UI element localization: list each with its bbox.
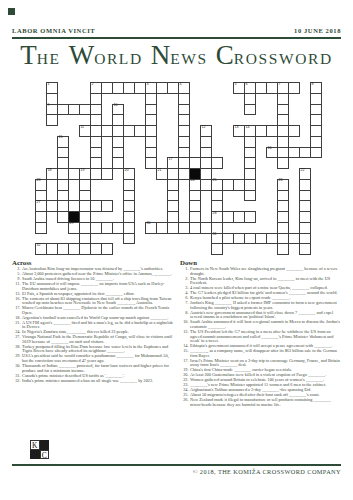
down-heading: Down [180, 261, 342, 266]
page-title: THEWORLDNEWSCROSSWORD [0, 40, 353, 70]
title-word: CROSSWORD [216, 40, 333, 70]
title-word: NEWS [151, 40, 208, 70]
clue-text: ________, as a company name, will disapp… [190, 349, 342, 358]
grid-cell[interactable] [101, 200, 113, 212]
grid-cell[interactable] [299, 243, 311, 255]
corner-mark [8, 8, 15, 15]
grid-cell[interactable] [101, 243, 113, 255]
clue-text: The US President left the G7 meeting in … [190, 330, 342, 344]
grid-cell[interactable] [288, 125, 300, 137]
clue-item: 15.________, as a company name, will dis… [180, 349, 342, 358]
masthead: LABOR OMNIA VINCIT 10 JUNE 2018 [12, 27, 341, 36]
logo-dark-cell [40, 440, 50, 450]
clue-item: 32.India's prime minister announced a ba… [12, 379, 175, 384]
grid-cell[interactable] [244, 211, 256, 223]
clue-number: 15. [180, 349, 190, 358]
copyright: © 2018, THE KOMIŽA CROSSWORD COMPANY [193, 468, 341, 475]
clue-number: 7. [180, 301, 190, 310]
grid-cell[interactable] [46, 114, 58, 126]
clue-item: 1.Farmers in New South Wales are slaught… [180, 267, 342, 276]
grid-cell[interactable] [101, 168, 113, 180]
across-heading: Across [12, 261, 175, 266]
grid-cell[interactable] [310, 147, 322, 159]
motto: LABOR OMNIA VINCIT [12, 27, 95, 34]
clue-number: 26. [180, 398, 190, 407]
grid-cell[interactable] [123, 233, 135, 245]
clue-text: Farmers in New South Wales are slaughter… [190, 267, 342, 276]
title-word: THE [20, 40, 60, 70]
clue-item: 11.The EU announced it will impose _____… [12, 282, 175, 291]
logo-letter-c: C [40, 450, 50, 460]
clue-text: The EU announced it will impose ________… [22, 282, 175, 291]
clue-number: 32. [12, 379, 22, 384]
footer-rule [12, 464, 341, 466]
issue-date: 10 JUNE 2018 [294, 27, 341, 34]
grid-cell[interactable] [288, 82, 300, 94]
clue-item: 12.The US President left the G7 meeting … [180, 330, 342, 344]
clue-item: 26.New Zealand made it illegal to manufa… [180, 398, 342, 407]
across-section: Across 2.An Australian Kim Jong-un imper… [12, 261, 175, 384]
down-section: Down 1.Farmers in New South Wales are sl… [180, 261, 342, 408]
logo-dark-cell [30, 450, 40, 460]
clue-text: Thousands of Indian ________ protested, … [22, 364, 175, 373]
clue-number: 12. [180, 330, 190, 344]
grid-cell[interactable] [211, 243, 223, 255]
grid-cell[interactable] [277, 157, 289, 169]
clue-text: India's prime minister announced a ban o… [22, 379, 175, 384]
title-word: WORLD [69, 40, 143, 70]
publisher-logo: K C [30, 440, 51, 460]
grid-cell[interactable] [244, 104, 256, 116]
grid-cell[interactable] [211, 157, 223, 169]
newspaper-page: LABOR OMNIA VINCIT 10 JUNE 2018 THEWORLD… [0, 0, 353, 500]
clue-text: Jordan's King ________ II asked a former… [190, 301, 342, 310]
clue-text: Marco Cecchinato beat ________ Djokovic … [22, 306, 175, 315]
crossword-grid: 1234567891011121314151617181920212223242… [35, 82, 322, 255]
clue-number: 1. [180, 267, 190, 276]
down-clue-list: 1.Farmers in New South Wales are slaught… [180, 267, 342, 407]
clue-number: 30. [12, 364, 22, 373]
grid-cell[interactable] [244, 190, 256, 202]
grid-cell[interactable] [277, 243, 289, 255]
logo-letter-k: K [30, 440, 40, 450]
across-clue-list: 2.An Australian Kim Jong-un impersonator… [12, 267, 175, 383]
clue-text: New Zealand made it illegal to manufactu… [190, 398, 342, 407]
clue-number: 11. [12, 282, 22, 291]
clue-item: 17.Marco Cecchinato beat ________ Djokov… [12, 306, 175, 315]
grid-cell[interactable] [35, 222, 47, 234]
clue-item: 30.Thousands of Indian ________ proteste… [12, 364, 175, 373]
clue-number: 17. [12, 306, 22, 315]
clue-item: 7.Jordan's King ________ II asked a form… [180, 301, 342, 310]
